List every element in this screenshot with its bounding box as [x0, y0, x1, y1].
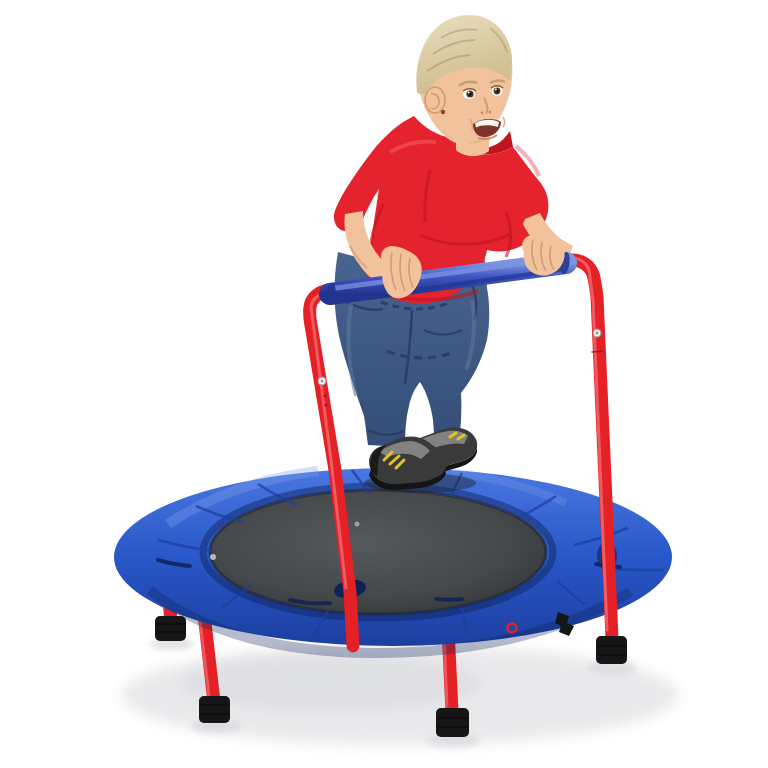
adjuster-button — [318, 377, 326, 385]
rubber-foot — [596, 636, 627, 664]
rubber-foot — [155, 616, 186, 641]
jumping-mat — [210, 490, 546, 614]
rubber-foot — [436, 708, 469, 737]
post-right-seam — [592, 351, 603, 352]
adjuster-button — [593, 329, 601, 337]
trampoline-scene — [0, 0, 768, 768]
product-photo — [0, 0, 768, 768]
rubber-foot — [199, 696, 230, 723]
cheek-mark — [441, 110, 445, 114]
